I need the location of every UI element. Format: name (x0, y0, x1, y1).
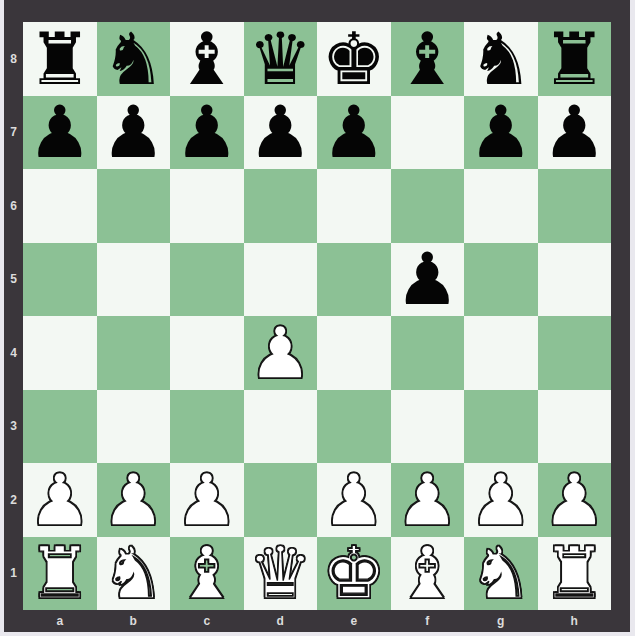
file-label-c: c (170, 610, 244, 632)
square-e1[interactable]: ♚︎ (317, 537, 391, 611)
piece-white-pawn[interactable]: ♟︎ (395, 464, 460, 536)
file-labels: abcdefgh (23, 610, 611, 632)
square-e7[interactable]: ♟︎ (317, 96, 391, 170)
square-b5[interactable] (97, 243, 171, 317)
square-f2[interactable]: ♟︎ (391, 463, 465, 537)
square-h7[interactable]: ♟︎ (538, 96, 612, 170)
square-e2[interactable]: ♟︎ (317, 463, 391, 537)
piece-black-pawn[interactable]: ♟︎ (321, 96, 386, 168)
square-e5[interactable] (317, 243, 391, 317)
square-g6[interactable] (464, 169, 538, 243)
square-h6[interactable] (538, 169, 612, 243)
rank-labels: 87654321 (4, 22, 23, 610)
square-b1[interactable]: ♞︎ (97, 537, 171, 611)
rank-label-5: 5 (4, 243, 23, 317)
piece-black-knight[interactable]: ♞︎ (468, 23, 533, 95)
square-g1[interactable]: ♞︎ (464, 537, 538, 611)
piece-black-pawn[interactable]: ♟︎ (174, 96, 239, 168)
square-d6[interactable] (244, 169, 318, 243)
square-a6[interactable] (23, 169, 97, 243)
file-label-g: g (464, 610, 538, 632)
square-a2[interactable]: ♟︎ (23, 463, 97, 537)
square-c6[interactable] (170, 169, 244, 243)
piece-white-pawn[interactable]: ♟︎ (27, 464, 92, 536)
chess-app-page: 87654321 ♜︎♞︎♝︎♛︎♚︎♝︎♞︎♜︎♟︎♟︎♟︎♟︎♟︎♟︎♟︎♟… (0, 0, 635, 636)
rank-label-2: 2 (4, 463, 23, 537)
square-a8[interactable]: ♜︎ (23, 22, 97, 96)
piece-black-pawn[interactable]: ♟︎ (395, 243, 460, 315)
square-h1[interactable]: ♜︎ (538, 537, 612, 611)
piece-black-knight[interactable]: ♞︎ (101, 23, 166, 95)
file-label-a: a (23, 610, 97, 632)
piece-white-pawn[interactable]: ♟︎ (542, 464, 607, 536)
square-e8[interactable]: ♚︎ (317, 22, 391, 96)
piece-white-knight[interactable]: ♞︎ (101, 537, 166, 609)
rank-label-3: 3 (4, 390, 23, 464)
square-c1[interactable]: ♝︎ (170, 537, 244, 611)
square-g3[interactable] (464, 390, 538, 464)
piece-white-pawn[interactable]: ♟︎ (248, 317, 313, 389)
rank-label-6: 6 (4, 169, 23, 243)
square-f1[interactable]: ♝︎ (391, 537, 465, 611)
square-e4[interactable] (317, 316, 391, 390)
square-a3[interactable] (23, 390, 97, 464)
square-h8[interactable]: ♜︎ (538, 22, 612, 96)
piece-white-knight[interactable]: ♞︎ (468, 537, 533, 609)
file-label-e: e (317, 610, 391, 632)
square-f5[interactable]: ♟︎ (391, 243, 465, 317)
rank-label-4: 4 (4, 316, 23, 390)
square-d8[interactable]: ♛︎ (244, 22, 318, 96)
square-g5[interactable] (464, 243, 538, 317)
square-g7[interactable]: ♟︎ (464, 96, 538, 170)
piece-black-bishop[interactable]: ♝︎ (174, 23, 239, 95)
square-f6[interactable] (391, 169, 465, 243)
square-f8[interactable]: ♝︎ (391, 22, 465, 96)
square-b3[interactable] (97, 390, 171, 464)
file-label-b: b (97, 610, 171, 632)
board-frame: 87654321 ♜︎♞︎♝︎♛︎♚︎♝︎♞︎♜︎♟︎♟︎♟︎♟︎♟︎♟︎♟︎♟… (4, 0, 630, 632)
square-d1[interactable]: ♛︎ (244, 537, 318, 611)
chess-board[interactable]: ♜︎♞︎♝︎♛︎♚︎♝︎♞︎♜︎♟︎♟︎♟︎♟︎♟︎♟︎♟︎♟︎♟︎♟︎♟︎♟︎… (23, 22, 611, 610)
square-e3[interactable] (317, 390, 391, 464)
square-c4[interactable] (170, 316, 244, 390)
square-c7[interactable]: ♟︎ (170, 96, 244, 170)
piece-white-bishop[interactable]: ♝︎ (395, 537, 460, 609)
square-c2[interactable]: ♟︎ (170, 463, 244, 537)
square-b8[interactable]: ♞︎ (97, 22, 171, 96)
square-b4[interactable] (97, 316, 171, 390)
square-a5[interactable] (23, 243, 97, 317)
square-g4[interactable] (464, 316, 538, 390)
square-e6[interactable] (317, 169, 391, 243)
square-h5[interactable] (538, 243, 612, 317)
piece-white-pawn[interactable]: ♟︎ (101, 464, 166, 536)
file-label-h: h (538, 610, 612, 632)
piece-black-rook[interactable]: ♜︎ (542, 23, 607, 95)
piece-black-queen[interactable]: ♛︎ (248, 23, 313, 95)
square-g2[interactable]: ♟︎ (464, 463, 538, 537)
piece-black-pawn[interactable]: ♟︎ (468, 96, 533, 168)
square-h2[interactable]: ♟︎ (538, 463, 612, 537)
piece-white-rook[interactable]: ♜︎ (27, 537, 92, 609)
piece-white-pawn[interactable]: ♟︎ (321, 464, 386, 536)
piece-black-rook[interactable]: ♜︎ (27, 23, 92, 95)
square-a1[interactable]: ♜︎ (23, 537, 97, 611)
file-label-f: f (391, 610, 465, 632)
square-a7[interactable]: ♟︎ (23, 96, 97, 170)
piece-black-bishop[interactable]: ♝︎ (395, 23, 460, 95)
square-b7[interactable]: ♟︎ (97, 96, 171, 170)
square-f7[interactable] (391, 96, 465, 170)
piece-black-pawn[interactable]: ♟︎ (101, 96, 166, 168)
square-c5[interactable] (170, 243, 244, 317)
square-f4[interactable] (391, 316, 465, 390)
square-h3[interactable] (538, 390, 612, 464)
piece-black-pawn[interactable]: ♟︎ (248, 96, 313, 168)
piece-white-bishop[interactable]: ♝︎ (174, 537, 239, 609)
square-b6[interactable] (97, 169, 171, 243)
rank-label-8: 8 (4, 22, 23, 96)
piece-black-pawn[interactable]: ♟︎ (27, 96, 92, 168)
square-d2[interactable] (244, 463, 318, 537)
square-a4[interactable] (23, 316, 97, 390)
piece-white-pawn[interactable]: ♟︎ (174, 464, 239, 536)
square-d5[interactable] (244, 243, 318, 317)
square-d7[interactable]: ♟︎ (244, 96, 318, 170)
square-c3[interactable] (170, 390, 244, 464)
piece-white-queen[interactable]: ♛︎ (248, 537, 313, 609)
piece-white-pawn[interactable]: ♟︎ (468, 464, 533, 536)
square-f3[interactable] (391, 390, 465, 464)
square-g8[interactable]: ♞︎ (464, 22, 538, 96)
square-d3[interactable] (244, 390, 318, 464)
piece-black-king[interactable]: ♚︎ (321, 23, 386, 95)
square-d4[interactable]: ♟︎ (244, 316, 318, 390)
rank-label-7: 7 (4, 96, 23, 170)
square-c8[interactable]: ♝︎ (170, 22, 244, 96)
rank-label-1: 1 (4, 537, 23, 611)
square-h4[interactable] (538, 316, 612, 390)
piece-black-pawn[interactable]: ♟︎ (542, 96, 607, 168)
square-b2[interactable]: ♟︎ (97, 463, 171, 537)
piece-white-king[interactable]: ♚︎ (321, 537, 386, 609)
piece-white-rook[interactable]: ♜︎ (542, 537, 607, 609)
file-label-d: d (244, 610, 318, 632)
